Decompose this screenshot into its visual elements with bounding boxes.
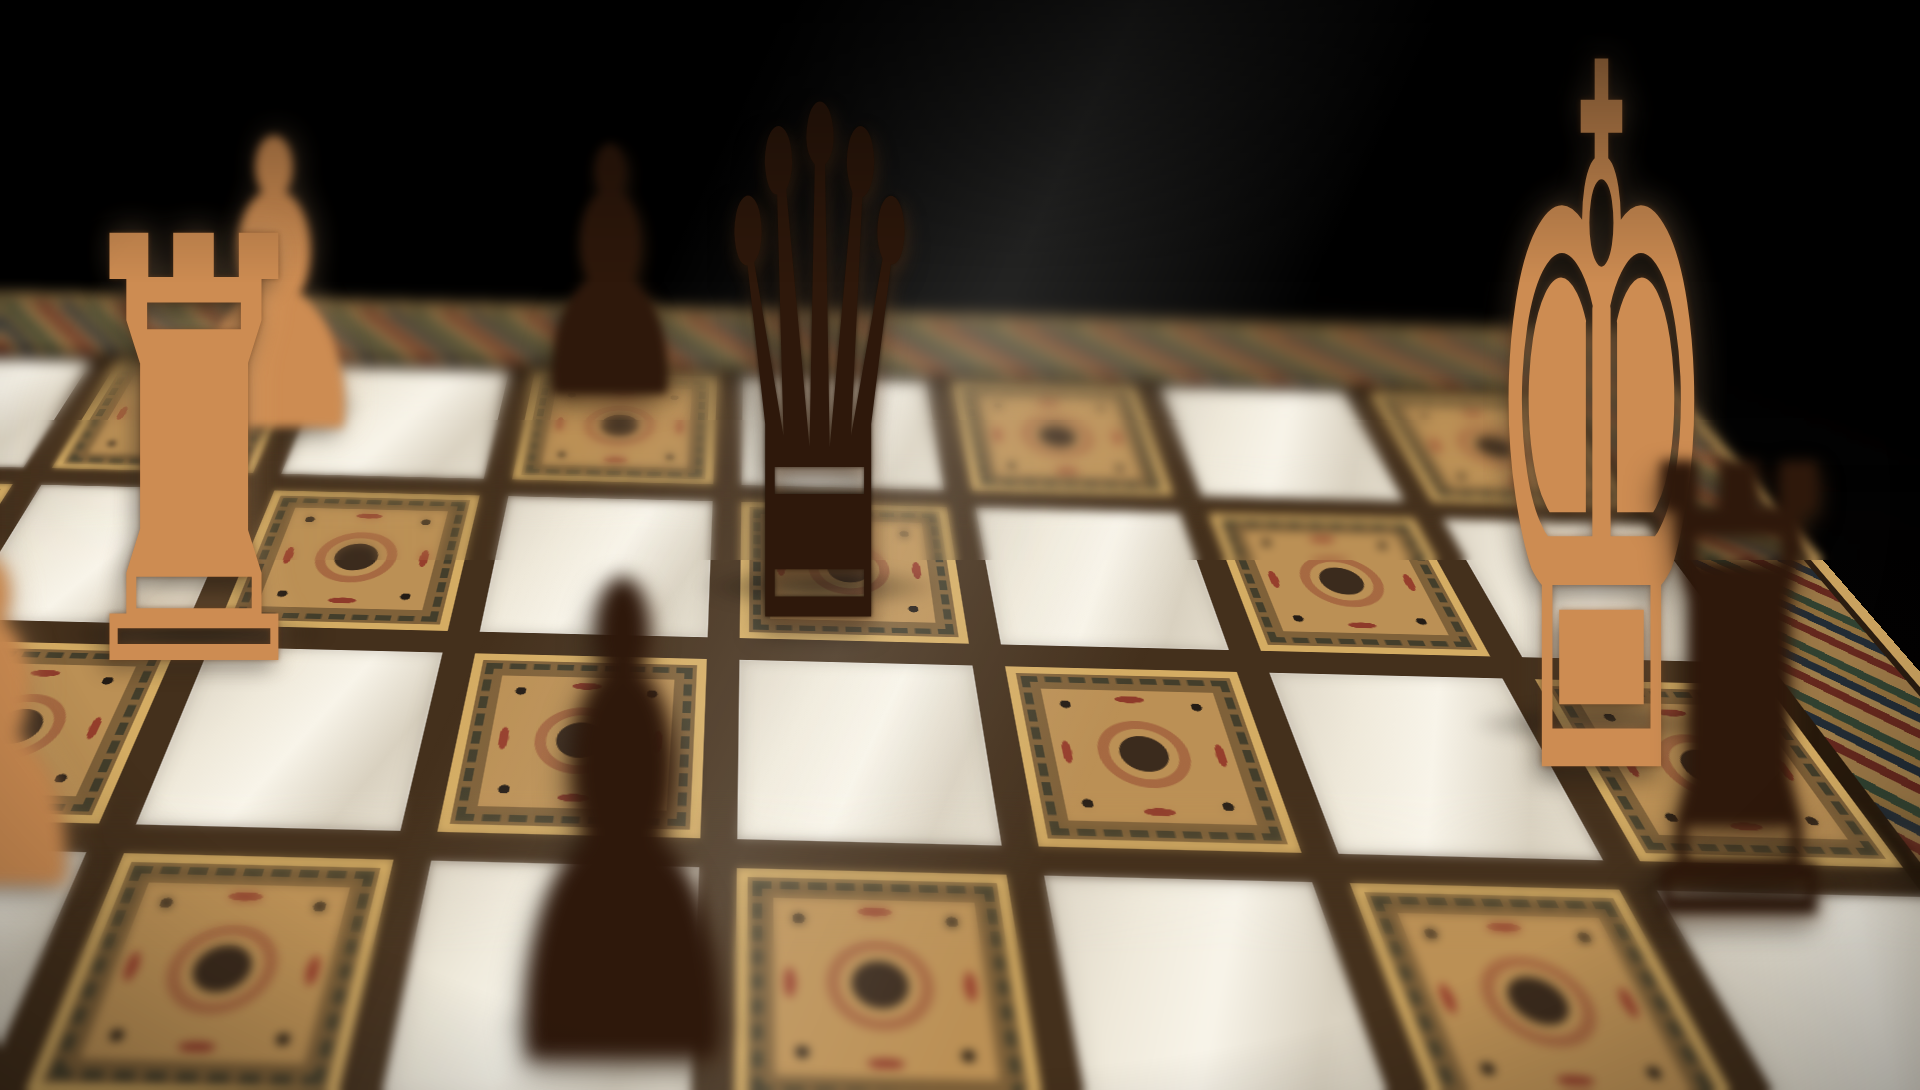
- white-pawn-glyph: ♟: [0, 507, 104, 953]
- square-e5: [734, 867, 1045, 1090]
- square-g8: [1160, 387, 1403, 501]
- black-pawn-glyph: ♟: [480, 501, 767, 1090]
- square-g7: [1208, 513, 1489, 657]
- square-f5: [1043, 875, 1400, 1090]
- square-f6: [1004, 666, 1301, 852]
- square-f8: [951, 382, 1173, 495]
- square-f7: [975, 507, 1229, 650]
- black-rook-glyph: ♜: [1616, 391, 1863, 1010]
- chess-photo-scene: ♟♜♟♛♚♜♟♟: [0, 0, 1920, 1090]
- black-pawn-glyph: ♟: [525, 105, 695, 447]
